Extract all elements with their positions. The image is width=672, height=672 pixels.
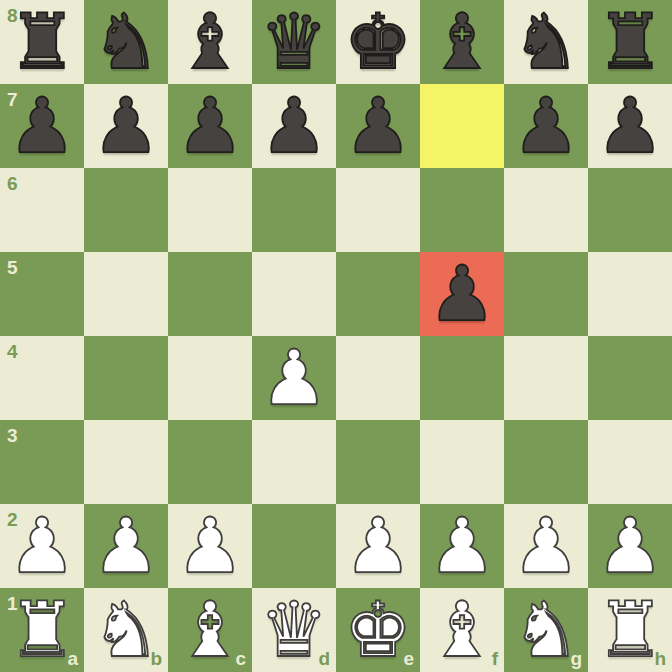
square-g3[interactable]: [504, 420, 588, 504]
rank-label-4: 4: [7, 342, 18, 361]
black-pawn[interactable]: ♟: [588, 84, 672, 168]
square-b7[interactable]: ♟: [84, 84, 168, 168]
square-b6[interactable]: [84, 168, 168, 252]
white-bishop[interactable]: ♝: [420, 588, 504, 672]
square-g6[interactable]: [504, 168, 588, 252]
square-f4[interactable]: [420, 336, 504, 420]
square-f7[interactable]: [420, 84, 504, 168]
white-bishop[interactable]: ♝: [168, 588, 252, 672]
black-pawn[interactable]: ♟: [420, 252, 504, 336]
black-queen[interactable]: ♛: [252, 0, 336, 84]
white-pawn[interactable]: ♟: [84, 504, 168, 588]
black-bishop[interactable]: ♝: [420, 0, 504, 84]
square-g2[interactable]: ♟: [504, 504, 588, 588]
black-pawn[interactable]: ♟: [336, 84, 420, 168]
white-king[interactable]: ♚: [336, 588, 420, 672]
black-knight[interactable]: ♞: [84, 0, 168, 84]
white-knight[interactable]: ♞: [84, 588, 168, 672]
square-h8[interactable]: ♜: [588, 0, 672, 84]
square-b2[interactable]: ♟: [84, 504, 168, 588]
square-c8[interactable]: ♝: [168, 0, 252, 84]
square-b4[interactable]: [84, 336, 168, 420]
square-b3[interactable]: [84, 420, 168, 504]
square-f5[interactable]: ♟: [420, 252, 504, 336]
square-h7[interactable]: ♟: [588, 84, 672, 168]
rank-label-6: 6: [7, 174, 18, 193]
square-e5[interactable]: [336, 252, 420, 336]
white-pawn[interactable]: ♟: [420, 504, 504, 588]
square-b1[interactable]: b♞: [84, 588, 168, 672]
square-e3[interactable]: [336, 420, 420, 504]
black-pawn[interactable]: ♟: [168, 84, 252, 168]
square-h3[interactable]: [588, 420, 672, 504]
square-f6[interactable]: [420, 168, 504, 252]
square-a7[interactable]: 7♟: [0, 84, 84, 168]
white-pawn[interactable]: ♟: [504, 504, 588, 588]
square-d7[interactable]: ♟: [252, 84, 336, 168]
square-h6[interactable]: [588, 168, 672, 252]
white-pawn[interactable]: ♟: [0, 504, 84, 588]
square-a4[interactable]: 4: [0, 336, 84, 420]
rank-label-5: 5: [7, 258, 18, 277]
square-c3[interactable]: [168, 420, 252, 504]
square-f2[interactable]: ♟: [420, 504, 504, 588]
square-b8[interactable]: ♞: [84, 0, 168, 84]
black-king[interactable]: ♚: [336, 0, 420, 84]
square-a3[interactable]: 3: [0, 420, 84, 504]
white-knight[interactable]: ♞: [504, 588, 588, 672]
white-rook[interactable]: ♜: [588, 588, 672, 672]
white-pawn[interactable]: ♟: [588, 504, 672, 588]
black-knight[interactable]: ♞: [504, 0, 588, 84]
square-h2[interactable]: ♟: [588, 504, 672, 588]
square-c2[interactable]: ♟: [168, 504, 252, 588]
white-pawn[interactable]: ♟: [336, 504, 420, 588]
square-f1[interactable]: f♝: [420, 588, 504, 672]
square-d5[interactable]: [252, 252, 336, 336]
black-pawn[interactable]: ♟: [504, 84, 588, 168]
square-d4[interactable]: ♟: [252, 336, 336, 420]
square-f3[interactable]: [420, 420, 504, 504]
square-d3[interactable]: [252, 420, 336, 504]
black-rook[interactable]: ♜: [0, 0, 84, 84]
white-pawn[interactable]: ♟: [168, 504, 252, 588]
square-h1[interactable]: h♜: [588, 588, 672, 672]
square-d6[interactable]: [252, 168, 336, 252]
black-pawn[interactable]: ♟: [84, 84, 168, 168]
square-e7[interactable]: ♟: [336, 84, 420, 168]
square-c6[interactable]: [168, 168, 252, 252]
black-pawn[interactable]: ♟: [0, 84, 84, 168]
square-d2[interactable]: [252, 504, 336, 588]
square-e8[interactable]: ♚: [336, 0, 420, 84]
square-g5[interactable]: [504, 252, 588, 336]
square-c7[interactable]: ♟: [168, 84, 252, 168]
square-g8[interactable]: ♞: [504, 0, 588, 84]
white-pawn[interactable]: ♟: [252, 336, 336, 420]
square-d8[interactable]: ♛: [252, 0, 336, 84]
square-a8[interactable]: 8♜: [0, 0, 84, 84]
square-f8[interactable]: ♝: [420, 0, 504, 84]
square-a5[interactable]: 5: [0, 252, 84, 336]
square-h4[interactable]: [588, 336, 672, 420]
square-e6[interactable]: [336, 168, 420, 252]
square-e4[interactable]: [336, 336, 420, 420]
square-c4[interactable]: [168, 336, 252, 420]
white-queen[interactable]: ♛: [252, 588, 336, 672]
square-g7[interactable]: ♟: [504, 84, 588, 168]
square-g1[interactable]: g♞: [504, 588, 588, 672]
square-b5[interactable]: [84, 252, 168, 336]
square-c1[interactable]: c♝: [168, 588, 252, 672]
square-g4[interactable]: [504, 336, 588, 420]
black-pawn[interactable]: ♟: [252, 84, 336, 168]
square-h5[interactable]: [588, 252, 672, 336]
black-rook[interactable]: ♜: [588, 0, 672, 84]
rank-label-3: 3: [7, 426, 18, 445]
square-c5[interactable]: [168, 252, 252, 336]
white-rook[interactable]: ♜: [0, 588, 84, 672]
chess-board: 8♜♞♝♛♚♝♞♜7♟♟♟♟♟♟♟65♟4♟32♟♟♟♟♟♟♟1a♜b♞c♝d♛…: [0, 0, 672, 672]
square-a2[interactable]: 2♟: [0, 504, 84, 588]
square-d1[interactable]: d♛: [252, 588, 336, 672]
square-e1[interactable]: e♚: [336, 588, 420, 672]
black-bishop[interactable]: ♝: [168, 0, 252, 84]
square-e2[interactable]: ♟: [336, 504, 420, 588]
square-a6[interactable]: 6: [0, 168, 84, 252]
square-a1[interactable]: 1a♜: [0, 588, 84, 672]
